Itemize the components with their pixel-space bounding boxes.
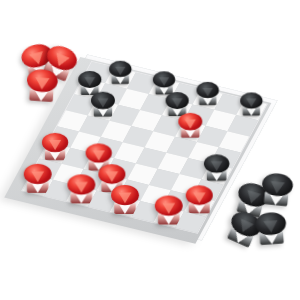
red-checker-piece[interactable] [26, 68, 59, 102]
black-checker-piece[interactable] [153, 71, 175, 94]
gem-icon [86, 143, 112, 162]
red-checker-piece[interactable] [42, 133, 68, 160]
gem-icon [197, 82, 219, 98]
scene [0, 0, 300, 300]
black-checker-piece[interactable] [255, 211, 288, 245]
gem-icon [42, 133, 68, 152]
checkers-board-grid [22, 62, 266, 233]
black-checker-piece[interactable] [260, 172, 294, 207]
gem-icon [155, 196, 183, 216]
red-checker-piece[interactable] [178, 113, 202, 138]
gem-icon [204, 154, 229, 173]
black-checker-piece[interactable] [109, 61, 131, 84]
black-checker-piece[interactable] [204, 154, 229, 180]
black-checker-piece[interactable] [197, 82, 219, 105]
gem-icon [240, 92, 262, 108]
gem-icon [98, 164, 125, 184]
gem-icon [178, 113, 202, 130]
gem-icon [153, 71, 175, 87]
black-checker-piece[interactable] [91, 92, 115, 117]
gem-icon [109, 61, 131, 77]
gem-icon [78, 71, 101, 88]
gem-icon [24, 164, 52, 184]
gem-icon [186, 185, 213, 205]
red-checker-piece[interactable] [186, 185, 213, 213]
black-checker-piece[interactable] [240, 92, 262, 115]
gem-icon [166, 92, 189, 109]
gem-icon [111, 185, 139, 205]
gem-icon [91, 92, 115, 109]
gem-icon [67, 174, 95, 194]
